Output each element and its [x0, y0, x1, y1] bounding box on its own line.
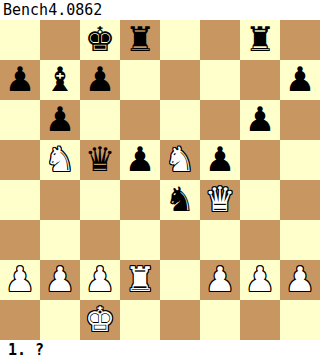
square-c1[interactable]: ♚	[80, 300, 120, 340]
square-b2[interactable]: ♟	[40, 260, 80, 300]
square-b7[interactable]: ♝	[40, 60, 80, 100]
square-a8[interactable]	[0, 20, 40, 60]
square-b8[interactable]	[40, 20, 80, 60]
square-h1[interactable]	[280, 300, 320, 340]
white-pawn-piece: ♟	[5, 259, 35, 299]
white-queen-piece: ♛	[205, 179, 235, 219]
square-g5[interactable]	[240, 140, 280, 180]
square-d1[interactable]	[120, 300, 160, 340]
square-e8[interactable]	[160, 20, 200, 60]
black-rook-piece: ♜	[245, 19, 275, 59]
square-g4[interactable]	[240, 180, 280, 220]
black-knight-piece: ♞	[165, 179, 195, 219]
square-g6[interactable]: ♟	[240, 100, 280, 140]
square-f5[interactable]: ♟	[200, 140, 240, 180]
white-pawn-piece: ♟	[245, 259, 275, 299]
square-g7[interactable]	[240, 60, 280, 100]
square-h2[interactable]: ♟	[280, 260, 320, 300]
square-b6[interactable]: ♟	[40, 100, 80, 140]
black-pawn-piece: ♟	[5, 59, 35, 99]
black-pawn-piece: ♟	[85, 59, 115, 99]
white-pawn-piece: ♟	[205, 259, 235, 299]
white-pawn-piece: ♟	[85, 259, 115, 299]
square-c8[interactable]: ♚	[80, 20, 120, 60]
square-c4[interactable]	[80, 180, 120, 220]
square-a4[interactable]	[0, 180, 40, 220]
black-king-piece: ♚	[85, 19, 115, 59]
black-queen-piece: ♛	[85, 139, 115, 179]
black-pawn-piece: ♟	[125, 139, 155, 179]
square-h5[interactable]	[280, 140, 320, 180]
white-pawn-piece: ♟	[285, 259, 315, 299]
square-a7[interactable]: ♟	[0, 60, 40, 100]
square-d7[interactable]	[120, 60, 160, 100]
square-c2[interactable]: ♟	[80, 260, 120, 300]
square-h3[interactable]	[280, 220, 320, 260]
square-f2[interactable]: ♟	[200, 260, 240, 300]
square-b5[interactable]: ♞	[40, 140, 80, 180]
square-e4[interactable]: ♞	[160, 180, 200, 220]
square-b3[interactable]	[40, 220, 80, 260]
square-b1[interactable]	[40, 300, 80, 340]
square-d2[interactable]: ♜	[120, 260, 160, 300]
square-a6[interactable]	[0, 100, 40, 140]
square-a1[interactable]	[0, 300, 40, 340]
square-g2[interactable]: ♟	[240, 260, 280, 300]
square-f7[interactable]	[200, 60, 240, 100]
black-rook-piece: ♜	[125, 19, 155, 59]
square-a5[interactable]	[0, 140, 40, 180]
square-e6[interactable]	[160, 100, 200, 140]
square-c5[interactable]: ♛	[80, 140, 120, 180]
black-pawn-piece: ♟	[205, 139, 235, 179]
black-pawn-piece: ♟	[285, 59, 315, 99]
chess-board: ♚♜♜♟♝♟♟♟♟♞♛♟♞♟♞♛♟♟♟♜♟♟♟♚	[0, 20, 320, 340]
white-rook-piece: ♜	[125, 259, 155, 299]
square-a2[interactable]: ♟	[0, 260, 40, 300]
square-a3[interactable]	[0, 220, 40, 260]
square-g1[interactable]	[240, 300, 280, 340]
position-title: Bench4.0862	[0, 0, 320, 20]
square-h6[interactable]	[280, 100, 320, 140]
square-d4[interactable]	[120, 180, 160, 220]
square-e7[interactable]	[160, 60, 200, 100]
white-knight-piece: ♞	[165, 139, 195, 179]
square-d3[interactable]	[120, 220, 160, 260]
square-e2[interactable]	[160, 260, 200, 300]
square-g8[interactable]: ♜	[240, 20, 280, 60]
square-h7[interactable]: ♟	[280, 60, 320, 100]
square-c7[interactable]: ♟	[80, 60, 120, 100]
square-e5[interactable]: ♞	[160, 140, 200, 180]
square-f4[interactable]: ♛	[200, 180, 240, 220]
square-f6[interactable]	[200, 100, 240, 140]
square-f8[interactable]	[200, 20, 240, 60]
square-f1[interactable]	[200, 300, 240, 340]
square-c3[interactable]	[80, 220, 120, 260]
move-prompt: 1. ?	[0, 340, 320, 360]
black-pawn-piece: ♟	[45, 99, 75, 139]
white-knight-piece: ♞	[45, 139, 75, 179]
square-b4[interactable]	[40, 180, 80, 220]
white-pawn-piece: ♟	[45, 259, 75, 299]
square-e1[interactable]	[160, 300, 200, 340]
square-e3[interactable]	[160, 220, 200, 260]
white-king-piece: ♚	[85, 299, 115, 339]
square-d6[interactable]	[120, 100, 160, 140]
black-pawn-piece: ♟	[245, 99, 275, 139]
square-h8[interactable]	[280, 20, 320, 60]
square-h4[interactable]	[280, 180, 320, 220]
square-g3[interactable]	[240, 220, 280, 260]
square-f3[interactable]	[200, 220, 240, 260]
square-c6[interactable]	[80, 100, 120, 140]
square-d5[interactable]: ♟	[120, 140, 160, 180]
square-d8[interactable]: ♜	[120, 20, 160, 60]
black-bishop-piece: ♝	[45, 59, 75, 99]
